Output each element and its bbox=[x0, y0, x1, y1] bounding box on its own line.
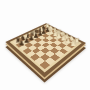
chess-piece-white: ♜ bbox=[70, 37, 82, 45]
chess-board: ♜♞♝♛♚♝♞♜♟♟♟♟♟♟♟♞♟♝♟♛♟♚♟♝♟♞♟♜ bbox=[5, 23, 86, 77]
chess-piece-white: ♛ bbox=[53, 28, 64, 35]
board-scene: ♜♞♝♛♚♝♞♜♟♟♟♟♟♟♟♞♟♝♟♛♟♚♟♝♟♞♟♜ bbox=[0, 0, 90, 87]
square: ♚ bbox=[57, 33, 65, 37]
board-maple-border: ♜♞♝♛♚♝♞♜♟♟♟♟♟♟♟♞♟♝♟♛♟♚♟♝♟♞♟♜ bbox=[9, 24, 81, 72]
chess-set-photo[interactable]: ♜♞♝♛♚♝♞♜♟♟♟♟♟♟♟♞♟♝♟♛♟♚♟♝♟♞♟♜ bbox=[0, 0, 90, 90]
